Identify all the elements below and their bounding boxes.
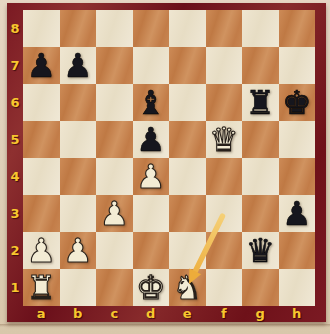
square-f6[interactable] bbox=[206, 84, 243, 121]
square-f4[interactable] bbox=[206, 158, 243, 195]
rank-label-4: 4 bbox=[7, 158, 23, 195]
square-f8[interactable] bbox=[206, 10, 243, 47]
square-e6[interactable] bbox=[169, 84, 206, 121]
piece-black-rook-g6[interactable]: ♜ bbox=[245, 84, 275, 121]
square-g7[interactable] bbox=[242, 47, 279, 84]
square-a1[interactable]: ♜ bbox=[23, 269, 60, 306]
square-f3[interactable] bbox=[206, 195, 243, 232]
square-a7[interactable]: ♟ bbox=[23, 47, 60, 84]
square-e5[interactable] bbox=[169, 121, 206, 158]
square-e4[interactable] bbox=[169, 158, 206, 195]
rank-label-5: 5 bbox=[7, 121, 23, 158]
file-label-d: d bbox=[133, 304, 170, 322]
square-d3[interactable] bbox=[133, 195, 170, 232]
square-g8[interactable] bbox=[242, 10, 279, 47]
square-e7[interactable] bbox=[169, 47, 206, 84]
rank-label-7: 7 bbox=[7, 47, 23, 84]
square-h8[interactable] bbox=[279, 10, 316, 47]
square-b2[interactable]: ♟ bbox=[60, 232, 97, 269]
file-coordinates: abcdefgh bbox=[23, 304, 315, 322]
square-f5[interactable]: ♛ bbox=[206, 121, 243, 158]
piece-white-pawn-c3[interactable]: ♟ bbox=[99, 195, 129, 232]
square-d1[interactable]: ♚ bbox=[133, 269, 170, 306]
square-a5[interactable] bbox=[23, 121, 60, 158]
square-e1[interactable]: ♞ bbox=[169, 269, 206, 306]
square-e2[interactable] bbox=[169, 232, 206, 269]
square-c8[interactable] bbox=[96, 10, 133, 47]
square-h6[interactable]: ♚ bbox=[279, 84, 316, 121]
file-label-g: g bbox=[242, 304, 279, 322]
piece-black-pawn-b7[interactable]: ♟ bbox=[63, 47, 93, 84]
square-b1[interactable] bbox=[60, 269, 97, 306]
piece-white-rook-a1[interactable]: ♜ bbox=[26, 269, 56, 306]
square-g3[interactable] bbox=[242, 195, 279, 232]
piece-white-king-d1[interactable]: ♚ bbox=[136, 269, 166, 306]
square-d7[interactable] bbox=[133, 47, 170, 84]
square-h7[interactable] bbox=[279, 47, 316, 84]
piece-white-pawn-b2[interactable]: ♟ bbox=[63, 232, 93, 269]
file-label-f: f bbox=[206, 304, 243, 322]
square-g1[interactable] bbox=[242, 269, 279, 306]
square-a2[interactable]: ♟ bbox=[23, 232, 60, 269]
rank-label-3: 3 bbox=[7, 195, 23, 232]
square-e3[interactable] bbox=[169, 195, 206, 232]
square-g5[interactable] bbox=[242, 121, 279, 158]
square-a6[interactable] bbox=[23, 84, 60, 121]
file-label-b: b bbox=[60, 304, 97, 322]
rank-label-2: 2 bbox=[7, 232, 23, 269]
square-g2[interactable]: ♛ bbox=[242, 232, 279, 269]
piece-white-pawn-a2[interactable]: ♟ bbox=[26, 232, 56, 269]
square-h4[interactable] bbox=[279, 158, 316, 195]
square-e8[interactable] bbox=[169, 10, 206, 47]
square-h2[interactable] bbox=[279, 232, 316, 269]
square-b7[interactable]: ♟ bbox=[60, 47, 97, 84]
piece-black-king-h6[interactable]: ♚ bbox=[282, 84, 312, 121]
square-d5[interactable]: ♟ bbox=[133, 121, 170, 158]
piece-white-pawn-d4[interactable]: ♟ bbox=[136, 158, 166, 195]
square-b6[interactable] bbox=[60, 84, 97, 121]
square-c3[interactable]: ♟ bbox=[96, 195, 133, 232]
piece-black-bishop-d6[interactable]: ♝ bbox=[136, 84, 166, 121]
square-c7[interactable] bbox=[96, 47, 133, 84]
piece-white-queen-f5[interactable]: ♛ bbox=[209, 121, 239, 158]
square-g6[interactable]: ♜ bbox=[242, 84, 279, 121]
square-f2[interactable] bbox=[206, 232, 243, 269]
square-c6[interactable] bbox=[96, 84, 133, 121]
square-b8[interactable] bbox=[60, 10, 97, 47]
square-c5[interactable] bbox=[96, 121, 133, 158]
square-a4[interactable] bbox=[23, 158, 60, 195]
chess-board: ♟♟♝♜♚♟♛♟♟♟♟♟♛♜♚♞ bbox=[23, 10, 315, 306]
piece-black-pawn-h3[interactable]: ♟ bbox=[282, 195, 312, 232]
square-c4[interactable] bbox=[96, 158, 133, 195]
file-label-a: a bbox=[23, 304, 60, 322]
piece-black-pawn-d5[interactable]: ♟ bbox=[136, 121, 166, 158]
square-b3[interactable] bbox=[60, 195, 97, 232]
square-d2[interactable] bbox=[133, 232, 170, 269]
square-h1[interactable] bbox=[279, 269, 316, 306]
frame-shadow bbox=[0, 324, 330, 327]
rank-label-6: 6 bbox=[7, 84, 23, 121]
rank-label-1: 1 bbox=[7, 269, 23, 306]
square-d8[interactable] bbox=[133, 10, 170, 47]
square-d4[interactable]: ♟ bbox=[133, 158, 170, 195]
square-a8[interactable] bbox=[23, 10, 60, 47]
chess-diagram: ♟♟♝♜♚♟♛♟♟♟♟♟♛♜♚♞ 87654321 abcdefgh bbox=[0, 0, 330, 334]
rank-coordinates: 87654321 bbox=[7, 10, 23, 306]
file-label-c: c bbox=[96, 304, 133, 322]
square-f1[interactable] bbox=[206, 269, 243, 306]
square-f7[interactable] bbox=[206, 47, 243, 84]
square-d6[interactable]: ♝ bbox=[133, 84, 170, 121]
file-label-e: e bbox=[169, 304, 206, 322]
square-h3[interactable]: ♟ bbox=[279, 195, 316, 232]
square-a3[interactable] bbox=[23, 195, 60, 232]
piece-black-queen-g2[interactable]: ♛ bbox=[245, 232, 275, 269]
square-h5[interactable] bbox=[279, 121, 316, 158]
square-c1[interactable] bbox=[96, 269, 133, 306]
square-b5[interactable] bbox=[60, 121, 97, 158]
file-label-h: h bbox=[279, 304, 316, 322]
piece-white-knight-e1[interactable]: ♞ bbox=[172, 269, 202, 306]
rank-label-8: 8 bbox=[7, 10, 23, 47]
square-b4[interactable] bbox=[60, 158, 97, 195]
square-g4[interactable] bbox=[242, 158, 279, 195]
piece-black-pawn-a7[interactable]: ♟ bbox=[26, 47, 56, 84]
square-c2[interactable] bbox=[96, 232, 133, 269]
